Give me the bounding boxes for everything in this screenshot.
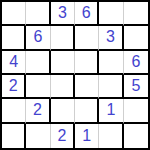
cell-r6c5[interactable] — [99, 124, 123, 148]
cell-r4c1: 2 — [2, 75, 26, 99]
cell-r5c4[interactable] — [75, 99, 99, 123]
cell-r4c4[interactable] — [75, 75, 99, 99]
cell-r1c5[interactable] — [99, 2, 123, 26]
cell-r5c3[interactable] — [51, 99, 75, 123]
cell-r1c3: 3 — [51, 2, 75, 26]
cell-r1c2[interactable] — [26, 2, 50, 26]
cell-r6c4: 1 — [75, 124, 99, 148]
cell-r2c6[interactable] — [124, 26, 148, 50]
cell-r2c5: 3 — [99, 26, 123, 50]
cell-r3c4[interactable] — [75, 51, 99, 75]
cell-r4c2[interactable] — [26, 75, 50, 99]
cell-r5c2: 2 — [26, 99, 50, 123]
cell-r2c2: 6 — [26, 26, 50, 50]
cell-r4c3[interactable] — [51, 75, 75, 99]
cell-r4c6: 5 — [124, 75, 148, 99]
cell-r2c4[interactable] — [75, 26, 99, 50]
cell-r6c6[interactable] — [124, 124, 148, 148]
cell-r3c6: 6 — [124, 51, 148, 75]
cell-r1c1[interactable] — [2, 2, 26, 26]
cell-r4c5[interactable] — [99, 75, 123, 99]
cell-r5c1[interactable] — [2, 99, 26, 123]
cell-r2c3[interactable] — [51, 26, 75, 50]
cell-r3c1: 4 — [2, 51, 26, 75]
cell-r6c2[interactable] — [26, 124, 50, 148]
cell-r6c1[interactable] — [2, 124, 26, 148]
cell-r1c6[interactable] — [124, 2, 148, 26]
cell-r5c5: 1 — [99, 99, 123, 123]
cell-r3c3[interactable] — [51, 51, 75, 75]
cell-r3c5[interactable] — [99, 51, 123, 75]
cell-r5c6[interactable] — [124, 99, 148, 123]
cell-r2c1[interactable] — [2, 26, 26, 50]
cell-r3c2[interactable] — [26, 51, 50, 75]
cell-r6c3: 2 — [51, 124, 75, 148]
puzzle-board: 366346252121 — [0, 0, 150, 150]
cell-r1c4: 6 — [75, 2, 99, 26]
